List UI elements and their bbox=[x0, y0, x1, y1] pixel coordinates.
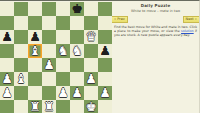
black-pawn: ♟ bbox=[29, 30, 40, 44]
square-a8[interactable] bbox=[0, 2, 14, 16]
square-c8[interactable] bbox=[28, 2, 42, 16]
square-g4[interactable] bbox=[84, 58, 98, 72]
square-d6[interactable] bbox=[42, 30, 56, 44]
square-f5[interactable]: ♞ bbox=[70, 44, 84, 58]
square-e4[interactable] bbox=[56, 58, 70, 72]
square-a4[interactable] bbox=[0, 58, 14, 72]
square-f8[interactable]: ♚ bbox=[70, 2, 84, 16]
square-c1[interactable]: ♜ bbox=[28, 100, 42, 113]
square-c6[interactable]: ♟ bbox=[28, 30, 42, 44]
square-b1[interactable] bbox=[14, 100, 28, 113]
square-g5[interactable] bbox=[84, 44, 98, 58]
puzzle-subtitle: White to move – mate in two bbox=[112, 9, 199, 13]
square-a1[interactable] bbox=[0, 100, 14, 113]
square-e8[interactable] bbox=[56, 2, 70, 16]
white-pawn: ♟ bbox=[99, 86, 110, 100]
square-h7[interactable] bbox=[98, 16, 112, 30]
square-e3[interactable] bbox=[56, 72, 70, 86]
square-h1[interactable] bbox=[98, 100, 112, 113]
square-d5[interactable] bbox=[42, 44, 56, 58]
square-c7[interactable] bbox=[28, 16, 42, 30]
square-e5[interactable]: ♞ bbox=[56, 44, 70, 58]
square-g1[interactable]: ♚ bbox=[84, 100, 98, 113]
square-a7[interactable] bbox=[0, 16, 14, 30]
white-bishop: ♝ bbox=[15, 72, 26, 86]
square-b3[interactable]: ♝ bbox=[14, 72, 28, 86]
square-d8[interactable] bbox=[42, 2, 56, 16]
white-queen: ♛ bbox=[85, 30, 96, 44]
square-d4[interactable]: ♟ bbox=[42, 58, 56, 72]
white-pawn: ♟ bbox=[43, 58, 54, 72]
square-a6[interactable]: ♟ bbox=[0, 30, 14, 44]
square-h2[interactable]: ♟ bbox=[98, 86, 112, 100]
white-pawn: ♟ bbox=[57, 86, 68, 100]
white-rook: ♜ bbox=[43, 100, 54, 113]
square-e6[interactable] bbox=[56, 30, 70, 44]
square-b2[interactable] bbox=[14, 86, 28, 100]
square-c2[interactable] bbox=[28, 86, 42, 100]
white-knight: ♞ bbox=[71, 44, 82, 58]
square-f4[interactable] bbox=[70, 58, 84, 72]
square-h4[interactable] bbox=[98, 58, 112, 72]
square-c4[interactable] bbox=[28, 58, 42, 72]
square-h8[interactable] bbox=[98, 2, 112, 16]
square-f2[interactable]: ♟ bbox=[70, 86, 84, 100]
square-e2[interactable]: ♟ bbox=[56, 86, 70, 100]
square-d1[interactable]: ♜ bbox=[42, 100, 56, 113]
white-knight: ♞ bbox=[57, 44, 68, 58]
black-pawn: ♟ bbox=[99, 44, 110, 58]
white-pawn: ♟ bbox=[1, 86, 12, 100]
square-f7[interactable] bbox=[70, 16, 84, 30]
square-h5[interactable]: ♟ bbox=[98, 44, 112, 58]
square-b7[interactable] bbox=[14, 16, 28, 30]
square-f3[interactable] bbox=[70, 72, 84, 86]
square-a5[interactable] bbox=[0, 44, 14, 58]
square-e7[interactable] bbox=[56, 16, 70, 30]
square-g6[interactable]: ♛ bbox=[84, 30, 98, 44]
square-d2[interactable] bbox=[42, 86, 56, 100]
square-b4[interactable] bbox=[14, 58, 28, 72]
square-g3[interactable]: ♟ bbox=[84, 72, 98, 86]
square-g7[interactable] bbox=[84, 16, 98, 30]
square-e1[interactable] bbox=[56, 100, 70, 113]
puzzle-nav: « Prev Next » bbox=[112, 16, 199, 24]
square-a2[interactable]: ♟ bbox=[0, 86, 14, 100]
square-h6[interactable] bbox=[98, 30, 112, 44]
puzzle-instructions: Find the best move for White and mate in… bbox=[114, 25, 197, 37]
black-king: ♚ bbox=[71, 2, 82, 16]
white-pawn: ♟ bbox=[1, 72, 12, 86]
square-f6[interactable] bbox=[70, 30, 84, 44]
square-d7[interactable] bbox=[42, 16, 56, 30]
white-pawn: ♟ bbox=[71, 86, 82, 100]
white-king: ♚ bbox=[85, 100, 96, 113]
square-c3[interactable] bbox=[28, 72, 42, 86]
puzzle-panel: Daily Puzzle White to move – mate in two… bbox=[112, 2, 199, 113]
square-b8[interactable] bbox=[14, 2, 28, 16]
square-h3[interactable] bbox=[98, 72, 112, 86]
square-d3[interactable] bbox=[42, 72, 56, 86]
square-g2[interactable] bbox=[84, 86, 98, 100]
square-b6[interactable] bbox=[14, 30, 28, 44]
white-bishop: ♝ bbox=[29, 44, 40, 58]
black-pawn: ♟ bbox=[1, 30, 12, 44]
previous-puzzle-button[interactable]: « Prev bbox=[112, 16, 128, 24]
white-rook: ♜ bbox=[29, 100, 40, 113]
next-puzzle-button[interactable]: Next » bbox=[183, 16, 199, 24]
square-g8[interactable] bbox=[84, 2, 98, 16]
square-c5[interactable]: ♝ bbox=[28, 44, 42, 58]
chess-board: ♚♟♟♛♝♞♞♟♟♟♝♟♟♟♟♟♜♜♚ bbox=[0, 2, 112, 113]
white-pawn: ♟ bbox=[85, 72, 96, 86]
square-f1[interactable] bbox=[70, 100, 84, 113]
square-a3[interactable]: ♟ bbox=[0, 72, 14, 86]
square-b5[interactable] bbox=[14, 44, 28, 58]
